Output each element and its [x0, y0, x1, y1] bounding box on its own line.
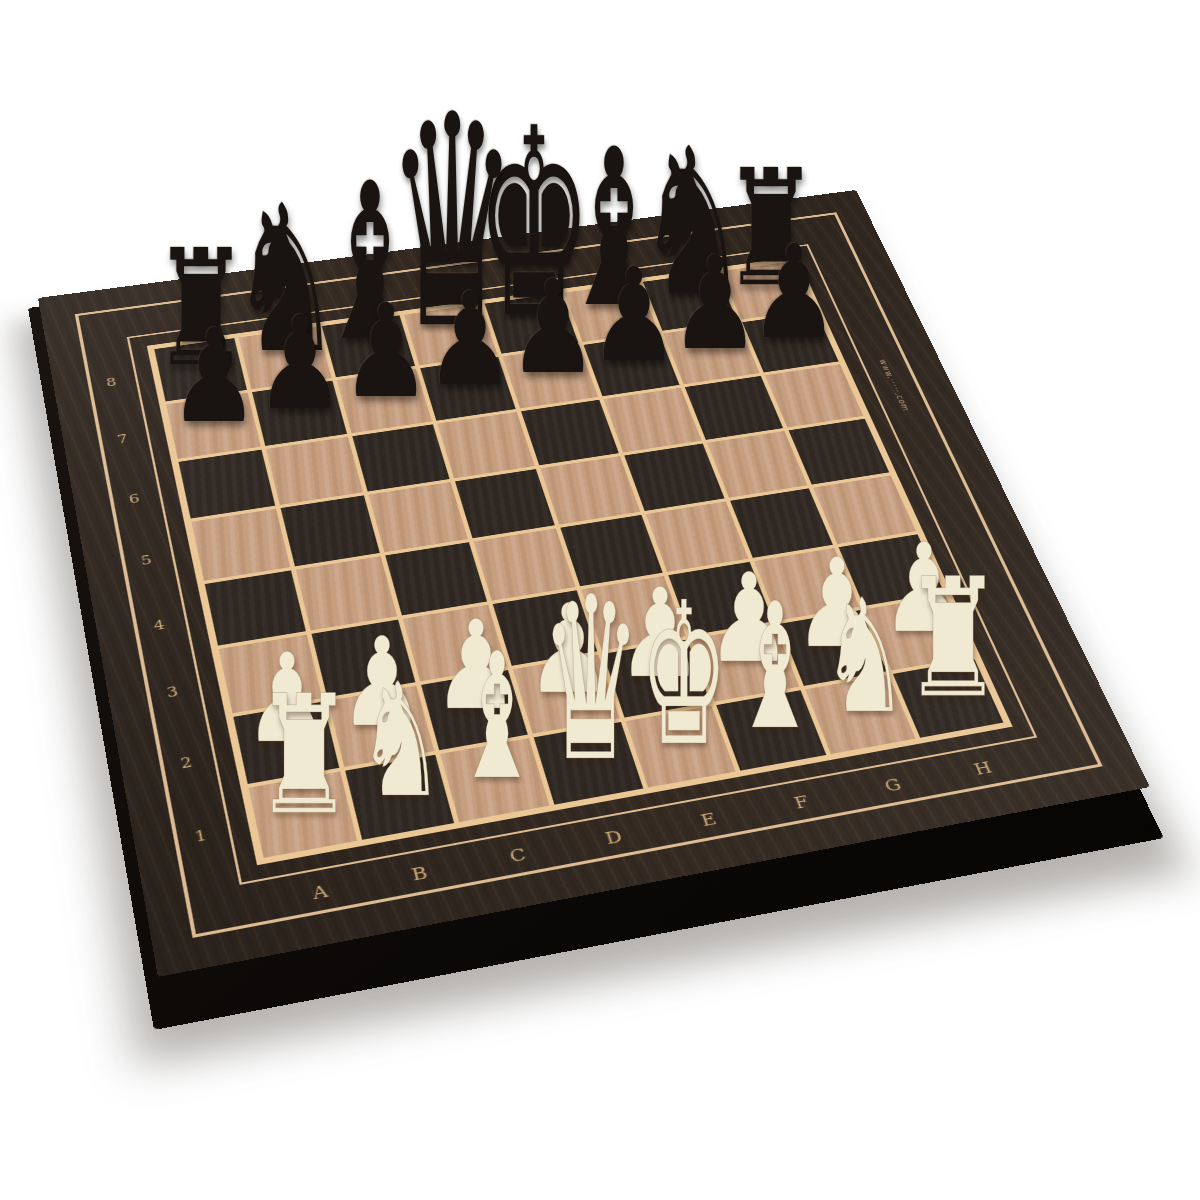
- square-a4: [205, 570, 306, 645]
- square-f5: [624, 443, 724, 511]
- square-d8: [404, 304, 497, 365]
- square-b7: [252, 381, 347, 446]
- square-e7: [502, 345, 598, 408]
- rank-label-8: 8: [105, 375, 118, 388]
- square-b4: [296, 556, 397, 630]
- square-e4: [560, 515, 662, 586]
- square-f7: [584, 334, 680, 396]
- square-h5: [789, 419, 890, 485]
- square-b8: [239, 327, 332, 390]
- square-e8: [485, 293, 579, 353]
- square-e5: [540, 456, 640, 524]
- rank-label-4: 4: [152, 617, 167, 633]
- square-d7: [420, 357, 515, 421]
- square-g8: [643, 272, 737, 331]
- square-c6: [352, 424, 449, 491]
- square-e3: [581, 576, 686, 651]
- file-label-a: A: [310, 881, 331, 903]
- square-d2: [513, 655, 620, 734]
- square-a3: [219, 635, 323, 714]
- square-e2: [603, 640, 710, 718]
- square-b1: [345, 755, 454, 840]
- rank-label-1: 1: [194, 827, 210, 845]
- square-a1: [249, 772, 358, 858]
- square-f3: [668, 562, 773, 636]
- square-e6: [521, 400, 619, 466]
- rank-label-2: 2: [179, 754, 194, 771]
- square-b6: [266, 437, 363, 505]
- rank-label-7: 7: [116, 432, 130, 446]
- square-h7: [742, 312, 838, 373]
- square-d3: [493, 590, 597, 666]
- square-d6: [437, 412, 535, 478]
- square-c7: [337, 369, 432, 433]
- square-a6: [178, 450, 275, 519]
- square-e1: [626, 706, 736, 788]
- square-a2: [233, 702, 339, 784]
- rank-label-5: 5: [140, 553, 154, 568]
- square-b2: [328, 686, 434, 767]
- square-c1: [440, 738, 549, 822]
- square-f6: [604, 388, 702, 453]
- square-c4: [385, 542, 487, 615]
- square-a5: [191, 509, 290, 581]
- square-h8: [720, 261, 814, 319]
- square-h6: [765, 364, 863, 427]
- square-c3: [403, 605, 507, 682]
- square-d4: [473, 528, 575, 600]
- square-f4: [646, 501, 749, 571]
- square-a8: [154, 338, 247, 401]
- square-c5: [368, 482, 467, 552]
- square-b3: [312, 620, 416, 698]
- square-b5: [281, 495, 380, 566]
- square-a7: [166, 393, 261, 459]
- rank-label-3: 3: [166, 684, 181, 700]
- square-c2: [421, 670, 528, 750]
- square-d1: [534, 722, 644, 805]
- square-g7: [663, 323, 759, 384]
- square-f8: [564, 282, 658, 342]
- photo-canvas: 87654321 ABCDEFGH ·· ········ ···· www.·…: [0, 0, 1200, 1200]
- square-d5: [455, 469, 555, 538]
- square-c8: [322, 315, 415, 377]
- rank-label-6: 6: [128, 491, 142, 505]
